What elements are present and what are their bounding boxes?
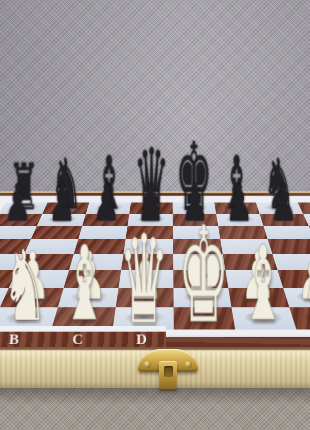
board-case-front-edge <box>0 346 310 388</box>
chess-set-photo: ABCDEFGH ♜♞♝♛♚♝♞♜♟♟♟♟♟♟♟♟♟♟♟♟♟♟♟♟♜♞♝♛♚♝♞… <box>0 0 310 430</box>
clasp-screw-right-icon <box>185 361 192 368</box>
clasp-screw-left-icon <box>144 361 151 368</box>
clasp-slot <box>164 366 173 377</box>
brass-clasp <box>138 349 198 395</box>
